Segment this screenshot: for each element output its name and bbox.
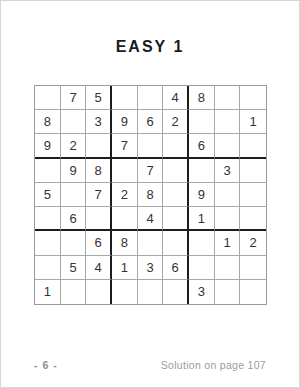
sudoku-cell-r6c4 (112, 207, 138, 231)
sudoku-cell-r8c3: 4 (86, 256, 112, 280)
sudoku-cell-r1c6: 4 (163, 86, 189, 110)
sudoku-cell-r8c2: 5 (61, 256, 87, 280)
sudoku-cell-r9c3 (86, 280, 112, 304)
sudoku-cell-r4c3: 8 (86, 159, 112, 183)
sudoku-cell-r7c4: 8 (112, 231, 138, 255)
sudoku-cell-r9c1: 1 (35, 280, 61, 304)
sudoku-cell-r8c7 (189, 256, 215, 280)
sudoku-cell-r1c7: 8 (189, 86, 215, 110)
sudoku-cell-r9c9 (240, 280, 266, 304)
sudoku-cell-r7c1 (35, 231, 61, 255)
puzzle-page: EASY 1 754883962192769873572896416812541… (0, 0, 300, 388)
sudoku-cell-r4c2: 9 (61, 159, 87, 183)
sudoku-cell-r4c8: 3 (215, 159, 241, 183)
solution-reference: Solution on page 107 (161, 359, 266, 371)
sudoku-cell-r4c6 (163, 159, 189, 183)
sudoku-cell-r3c7: 6 (189, 134, 215, 158)
sudoku-cell-r5c7: 9 (189, 183, 215, 207)
sudoku-cell-r6c7: 1 (189, 207, 215, 231)
sudoku-cell-r8c8 (215, 256, 241, 280)
sudoku-cell-r4c5: 7 (138, 159, 164, 183)
sudoku-cell-r2c1: 8 (35, 110, 61, 134)
sudoku-cell-r7c2 (61, 231, 87, 255)
sudoku-cell-r2c9: 1 (240, 110, 266, 134)
sudoku-cell-r1c9 (240, 86, 266, 110)
sudoku-cell-r9c4 (112, 280, 138, 304)
sudoku-cell-r5c1: 5 (35, 183, 61, 207)
sudoku-cell-r6c3 (86, 207, 112, 231)
sudoku-cell-r8c9 (240, 256, 266, 280)
sudoku-cell-r2c5: 6 (138, 110, 164, 134)
sudoku-cell-r3c1: 9 (35, 134, 61, 158)
sudoku-cell-r7c9: 2 (240, 231, 266, 255)
sudoku-cell-r2c4: 9 (112, 110, 138, 134)
sudoku-cell-r2c3: 3 (86, 110, 112, 134)
sudoku-cell-r7c6 (163, 231, 189, 255)
sudoku-cell-r4c9 (240, 159, 266, 183)
sudoku-cell-r3c4: 7 (112, 134, 138, 158)
sudoku-cell-r4c7 (189, 159, 215, 183)
sudoku-grid: 7548839621927698735728964168125413613 (34, 85, 267, 305)
sudoku-cell-r3c5 (138, 134, 164, 158)
sudoku-cell-r9c2 (61, 280, 87, 304)
sudoku-cell-r1c3: 5 (86, 86, 112, 110)
puzzle-title: EASY 1 (1, 38, 299, 56)
sudoku-cell-r5c8 (215, 183, 241, 207)
sudoku-cell-r3c2: 2 (61, 134, 87, 158)
sudoku-cell-r6c1 (35, 207, 61, 231)
sudoku-cell-r9c7: 3 (189, 280, 215, 304)
sudoku-cell-r2c2 (61, 110, 87, 134)
sudoku-cell-r6c8 (215, 207, 241, 231)
page-number: - 6 - (34, 359, 58, 371)
sudoku-cell-r8c5: 3 (138, 256, 164, 280)
sudoku-cell-r6c2: 6 (61, 207, 87, 231)
sudoku-cell-r8c4: 1 (112, 256, 138, 280)
sudoku-cell-r5c4: 2 (112, 183, 138, 207)
page-footer: - 6 - Solution on page 107 (34, 359, 266, 371)
sudoku-cell-r2c6: 2 (163, 110, 189, 134)
sudoku-cell-r9c6 (163, 280, 189, 304)
sudoku-cell-r6c6 (163, 207, 189, 231)
sudoku-cell-r1c2: 7 (61, 86, 87, 110)
sudoku-cell-r9c5 (138, 280, 164, 304)
sudoku-cell-r6c5: 4 (138, 207, 164, 231)
sudoku-cell-r7c3: 6 (86, 231, 112, 255)
sudoku-cell-r3c8 (215, 134, 241, 158)
sudoku-cell-r1c5 (138, 86, 164, 110)
sudoku-cell-r5c2 (61, 183, 87, 207)
sudoku-cell-r9c8 (215, 280, 241, 304)
sudoku-cell-r8c1 (35, 256, 61, 280)
sudoku-cell-r4c1 (35, 159, 61, 183)
sudoku-cell-r3c6 (163, 134, 189, 158)
sudoku-cell-r1c4 (112, 86, 138, 110)
sudoku-cell-r4c4 (112, 159, 138, 183)
sudoku-cell-r2c7 (189, 110, 215, 134)
sudoku-cell-r5c5: 8 (138, 183, 164, 207)
sudoku-cell-r7c5 (138, 231, 164, 255)
sudoku-cell-r3c3 (86, 134, 112, 158)
sudoku-cell-r2c8 (215, 110, 241, 134)
sudoku-cell-r1c1 (35, 86, 61, 110)
sudoku-cell-r6c9 (240, 207, 266, 231)
sudoku-cell-r5c6 (163, 183, 189, 207)
sudoku-cell-r7c8: 1 (215, 231, 241, 255)
sudoku-cell-r7c7 (189, 231, 215, 255)
sudoku-cell-r3c9 (240, 134, 266, 158)
sudoku-cell-r5c9 (240, 183, 266, 207)
sudoku-cell-r1c8 (215, 86, 241, 110)
sudoku-cell-r5c3: 7 (86, 183, 112, 207)
sudoku-cell-r8c6: 6 (163, 256, 189, 280)
